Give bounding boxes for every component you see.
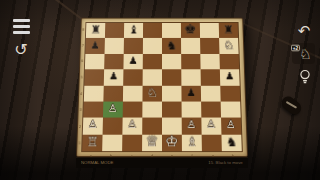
rank-label-7: 7 (81, 41, 84, 50)
material-advantage-badge[interactable]: ♘ +2 (292, 43, 315, 64)
board-grid: ♜♝♚♜♟♞♘♟♟♟♘♟♙♙♙♙♙♙♖♕♔♗♞ (81, 22, 243, 152)
piece-black-knight[interactable]: ♞ (226, 135, 238, 148)
piece-white-pawn[interactable]: ♙ (206, 119, 216, 129)
square-a8[interactable]: ♜ (86, 23, 105, 38)
square-e3[interactable] (162, 101, 182, 117)
square-e5[interactable] (162, 69, 181, 85)
square-a1[interactable]: ♖ (82, 134, 102, 151)
square-e7[interactable]: ♞ (162, 38, 181, 53)
hamburger-icon (13, 25, 30, 28)
status-bar: NORMAL MODE 15. Black to move (76, 157, 248, 168)
square-a7[interactable]: ♟ (85, 38, 105, 53)
square-a3[interactable] (83, 101, 103, 117)
piece-black-pawn[interactable]: ♟ (186, 87, 196, 97)
square-e6[interactable] (162, 54, 181, 70)
square-c3[interactable] (123, 101, 143, 117)
piece-white-king[interactable]: ♔ (165, 134, 178, 148)
piece-black-pawn[interactable]: ♟ (225, 71, 235, 81)
square-b2[interactable] (103, 118, 123, 135)
square-g8[interactable] (200, 23, 219, 38)
square-g2[interactable]: ♙ (201, 118, 221, 135)
piece-white-pawn[interactable]: ♙ (127, 119, 137, 129)
square-f7[interactable] (181, 38, 200, 53)
square-e8[interactable] (162, 23, 181, 38)
square-f2[interactable]: ♙ (182, 118, 202, 135)
hamburger-icon (13, 19, 30, 22)
square-c6[interactable]: ♟ (123, 54, 142, 70)
rank-label-5: 5 (80, 72, 83, 82)
square-a4[interactable] (84, 85, 104, 101)
piece-black-rook[interactable]: ♜ (223, 24, 234, 35)
square-b4[interactable] (103, 85, 123, 101)
square-b1[interactable] (102, 134, 122, 151)
rank-label-6: 6 (80, 56, 83, 66)
square-f8[interactable]: ♚ (181, 23, 200, 38)
square-g6[interactable] (200, 54, 220, 70)
move-status-label: 15. Black to move (209, 161, 243, 165)
undo-button[interactable]: ↶ (293, 22, 315, 40)
square-c8[interactable]: ♝ (124, 23, 143, 38)
piece-black-knight[interactable]: ♞ (166, 39, 177, 51)
square-a6[interactable] (85, 54, 105, 70)
square-c2[interactable]: ♙ (122, 118, 142, 135)
rotate-icon: ↺ (14, 40, 27, 59)
rotate-board-button[interactable]: ↺ (11, 40, 31, 59)
square-g1[interactable] (202, 134, 222, 151)
square-a2[interactable]: ♙ (83, 118, 103, 135)
square-b7[interactable] (105, 38, 124, 53)
square-b3[interactable]: ♙ (103, 101, 123, 117)
square-f1[interactable]: ♗ (182, 134, 202, 151)
square-b6[interactable] (104, 54, 124, 70)
piece-white-rook[interactable]: ♖ (86, 135, 98, 148)
piece-white-pawn[interactable]: ♙ (88, 119, 98, 129)
rank-label-1: 1 (78, 138, 81, 148)
square-h3[interactable] (221, 101, 241, 117)
lightbulb-icon (298, 69, 312, 86)
piece-black-bishop[interactable]: ♝ (128, 24, 139, 35)
piece-black-rook[interactable]: ♜ (90, 24, 101, 35)
rank-label-8: 8 (82, 25, 85, 34)
game-mode-label: NORMAL MODE (81, 161, 113, 165)
square-c5[interactable] (123, 69, 143, 85)
square-g5[interactable] (201, 69, 221, 85)
square-c4[interactable] (123, 85, 143, 101)
square-f6[interactable] (181, 54, 200, 70)
square-a5[interactable] (84, 69, 104, 85)
square-h8[interactable]: ♜ (219, 23, 238, 38)
square-g4[interactable] (201, 85, 221, 101)
square-d6[interactable] (143, 54, 162, 70)
piece-white-pawn[interactable]: ♙ (187, 119, 197, 129)
square-f4[interactable]: ♟ (181, 85, 201, 101)
square-c7[interactable] (124, 38, 143, 53)
square-h2[interactable]: ♙ (221, 118, 241, 135)
square-d4[interactable]: ♘ (142, 85, 162, 101)
square-b8[interactable] (105, 23, 124, 38)
square-d7[interactable] (143, 38, 162, 53)
chess-board: ♜♝♚♜♟♞♘♟♟♟♘♟♙♙♙♙♙♙♖♕♔♗♞ abcdefgh 8765432… (76, 18, 248, 157)
square-d3[interactable] (142, 101, 162, 117)
piece-white-pawn[interactable]: ♙ (108, 103, 118, 113)
square-e4[interactable] (162, 85, 182, 101)
piece-black-pawn[interactable]: ♟ (109, 71, 119, 81)
square-h5[interactable]: ♟ (220, 69, 240, 85)
piece-black-pawn[interactable]: ♟ (90, 40, 100, 50)
piece-black-king[interactable]: ♚ (184, 23, 197, 36)
piece-black-pawn[interactable]: ♟ (128, 55, 138, 65)
square-h7[interactable]: ♘ (219, 38, 239, 53)
square-g3[interactable] (201, 101, 221, 117)
knight-icon: ♘ (299, 46, 312, 62)
square-f3[interactable] (182, 101, 202, 117)
square-c1[interactable] (122, 134, 142, 151)
square-g7[interactable] (200, 38, 219, 53)
square-h4[interactable] (220, 85, 240, 101)
square-e1[interactable]: ♔ (162, 134, 182, 151)
square-d1[interactable]: ♕ (142, 134, 162, 151)
hint-button[interactable] (296, 68, 314, 86)
menu-button[interactable] (13, 19, 30, 34)
square-f5[interactable] (181, 69, 201, 85)
square-h1[interactable]: ♞ (221, 134, 241, 151)
rank-label-3: 3 (79, 105, 82, 115)
piece-white-knight[interactable]: ♘ (223, 39, 234, 51)
piece-white-pawn[interactable]: ♙ (226, 119, 236, 129)
board-frame: ♜♝♚♜♟♞♘♟♟♟♘♟♙♙♙♙♙♙♖♕♔♗♞ abcdefgh 8765432… (76, 18, 248, 157)
square-d8[interactable] (143, 23, 162, 38)
piece-white-queen[interactable]: ♕ (145, 134, 158, 148)
rank-label-2: 2 (78, 122, 81, 132)
square-d5[interactable] (143, 69, 162, 85)
square-b5[interactable]: ♟ (104, 69, 124, 85)
piece-white-knight[interactable]: ♘ (147, 86, 158, 98)
chess-app-screen: ↺ ↶ ♘ +2 ♜♝♚♜♟♞♘♟♟♟♘♟♙♙♙♙♙♙♖♕♔♗♞ abcdefg… (0, 0, 320, 180)
undo-icon: ↶ (298, 22, 311, 40)
hamburger-icon (13, 31, 30, 34)
material-advantage-value: +2 (291, 45, 300, 51)
square-h6[interactable] (219, 54, 239, 70)
piece-white-bishop[interactable]: ♗ (186, 135, 198, 148)
file-labels: abcdefgh (81, 152, 243, 157)
rank-label-4: 4 (79, 89, 82, 99)
